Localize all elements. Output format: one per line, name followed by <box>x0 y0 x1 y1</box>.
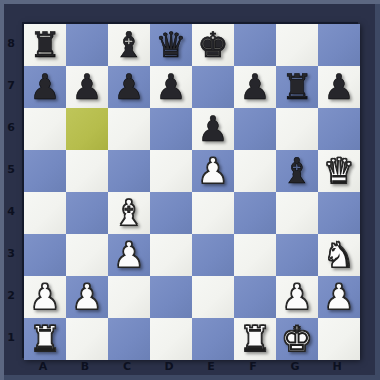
piece-white-pawn-e5[interactable]: ♟ <box>192 150 234 192</box>
square-g6[interactable] <box>276 108 318 150</box>
square-c3[interactable]: ♟ <box>108 234 150 276</box>
file-label-e: E <box>190 359 232 373</box>
square-b6[interactable] <box>66 108 108 150</box>
piece-black-pawn-a7[interactable]: ♟ <box>24 66 66 108</box>
square-h2[interactable]: ♟ <box>318 276 360 318</box>
file-label-c: C <box>106 359 148 373</box>
file-label-g: G <box>274 359 316 373</box>
file-label-h: H <box>316 359 358 373</box>
square-d3[interactable] <box>150 234 192 276</box>
square-f2[interactable] <box>234 276 276 318</box>
square-a4[interactable] <box>24 192 66 234</box>
square-f8[interactable] <box>234 24 276 66</box>
piece-white-knight-h3[interactable]: ♞ <box>318 234 360 276</box>
square-h5[interactable]: ♛ <box>318 150 360 192</box>
piece-black-pawn-d7[interactable]: ♟ <box>150 66 192 108</box>
square-f5[interactable] <box>234 150 276 192</box>
square-b3[interactable] <box>66 234 108 276</box>
square-h6[interactable] <box>318 108 360 150</box>
square-c8[interactable]: ♝ <box>108 24 150 66</box>
square-d1[interactable] <box>150 318 192 360</box>
square-e4[interactable] <box>192 192 234 234</box>
square-h1[interactable] <box>318 318 360 360</box>
square-a8[interactable]: ♜ <box>24 24 66 66</box>
piece-black-rook-g7[interactable]: ♜ <box>276 66 318 108</box>
square-c6[interactable] <box>108 108 150 150</box>
rank-label-6: 6 <box>0 106 22 148</box>
square-g7[interactable]: ♜ <box>276 66 318 108</box>
square-g4[interactable] <box>276 192 318 234</box>
file-label-f: F <box>232 359 274 373</box>
piece-black-rook-a8[interactable]: ♜ <box>24 24 66 66</box>
file-label-d: D <box>148 359 190 373</box>
file-label-a: A <box>22 359 64 373</box>
rank-labels: 87654321 <box>0 22 22 358</box>
piece-white-pawn-c3[interactable]: ♟ <box>108 234 150 276</box>
square-a6[interactable] <box>24 108 66 150</box>
piece-white-bishop-c4[interactable]: ♝ <box>108 192 150 234</box>
file-labels: ABCDEFGH <box>22 359 358 373</box>
piece-white-pawn-b2[interactable]: ♟ <box>66 276 108 318</box>
square-e6[interactable]: ♟ <box>192 108 234 150</box>
square-f1[interactable]: ♜ <box>234 318 276 360</box>
square-f3[interactable] <box>234 234 276 276</box>
square-h7[interactable]: ♟ <box>318 66 360 108</box>
piece-white-pawn-g2[interactable]: ♟ <box>276 276 318 318</box>
square-g1[interactable]: ♚ <box>276 318 318 360</box>
rank-label-8: 8 <box>0 22 22 64</box>
square-b5[interactable] <box>66 150 108 192</box>
piece-black-pawn-e6[interactable]: ♟ <box>192 108 234 150</box>
piece-black-pawn-f7[interactable]: ♟ <box>234 66 276 108</box>
square-e8[interactable]: ♚ <box>192 24 234 66</box>
chess-diagram-frame: 87654321 ♜♝♛♚♟♟♟♟♟♜♟♟♟♝♛♝♟♞♟♟♟♟♜♜♚ ABCDE… <box>0 0 380 380</box>
square-a2[interactable]: ♟ <box>24 276 66 318</box>
square-b4[interactable] <box>66 192 108 234</box>
square-d7[interactable]: ♟ <box>150 66 192 108</box>
square-f6[interactable] <box>234 108 276 150</box>
square-e7[interactable] <box>192 66 234 108</box>
square-a7[interactable]: ♟ <box>24 66 66 108</box>
piece-white-pawn-h2[interactable]: ♟ <box>318 276 360 318</box>
square-b7[interactable]: ♟ <box>66 66 108 108</box>
square-g5[interactable]: ♝ <box>276 150 318 192</box>
rank-label-3: 3 <box>0 232 22 274</box>
piece-black-king-e8[interactable]: ♚ <box>192 24 234 66</box>
square-c7[interactable]: ♟ <box>108 66 150 108</box>
chess-board: ♜♝♛♚♟♟♟♟♟♜♟♟♟♝♛♝♟♞♟♟♟♟♜♜♚ <box>22 22 358 358</box>
square-g8[interactable] <box>276 24 318 66</box>
piece-black-bishop-g5[interactable]: ♝ <box>276 150 318 192</box>
piece-black-pawn-h7[interactable]: ♟ <box>318 66 360 108</box>
square-d5[interactable] <box>150 150 192 192</box>
piece-white-rook-a1[interactable]: ♜ <box>24 318 66 360</box>
rank-label-7: 7 <box>0 64 22 106</box>
square-b2[interactable]: ♟ <box>66 276 108 318</box>
square-g3[interactable] <box>276 234 318 276</box>
square-b8[interactable] <box>66 24 108 66</box>
square-c4[interactable]: ♝ <box>108 192 150 234</box>
piece-black-bishop-c8[interactable]: ♝ <box>108 24 150 66</box>
piece-black-pawn-b7[interactable]: ♟ <box>66 66 108 108</box>
rank-label-5: 5 <box>0 148 22 190</box>
square-f7[interactable]: ♟ <box>234 66 276 108</box>
square-b1[interactable] <box>66 318 108 360</box>
piece-white-rook-f1[interactable]: ♜ <box>234 318 276 360</box>
square-g2[interactable]: ♟ <box>276 276 318 318</box>
square-e1[interactable] <box>192 318 234 360</box>
square-h4[interactable] <box>318 192 360 234</box>
square-e5[interactable]: ♟ <box>192 150 234 192</box>
square-h3[interactable]: ♞ <box>318 234 360 276</box>
piece-white-king-g1[interactable]: ♚ <box>276 318 318 360</box>
square-d6[interactable] <box>150 108 192 150</box>
rank-label-4: 4 <box>0 190 22 232</box>
piece-white-queen-h5[interactable]: ♛ <box>318 150 360 192</box>
square-c5[interactable] <box>108 150 150 192</box>
piece-white-pawn-a2[interactable]: ♟ <box>24 276 66 318</box>
square-d4[interactable] <box>150 192 192 234</box>
square-a3[interactable] <box>24 234 66 276</box>
square-f4[interactable] <box>234 192 276 234</box>
square-d8[interactable]: ♛ <box>150 24 192 66</box>
square-d2[interactable] <box>150 276 192 318</box>
square-h8[interactable] <box>318 24 360 66</box>
rank-label-1: 1 <box>0 316 22 358</box>
rank-label-2: 2 <box>0 274 22 316</box>
square-c1[interactable] <box>108 318 150 360</box>
square-a1[interactable]: ♜ <box>24 318 66 360</box>
square-a5[interactable] <box>24 150 66 192</box>
file-label-b: B <box>64 359 106 373</box>
square-e3[interactable] <box>192 234 234 276</box>
piece-black-queen-d8[interactable]: ♛ <box>150 24 192 66</box>
square-e2[interactable] <box>192 276 234 318</box>
piece-black-pawn-c7[interactable]: ♟ <box>108 66 150 108</box>
square-c2[interactable] <box>108 276 150 318</box>
